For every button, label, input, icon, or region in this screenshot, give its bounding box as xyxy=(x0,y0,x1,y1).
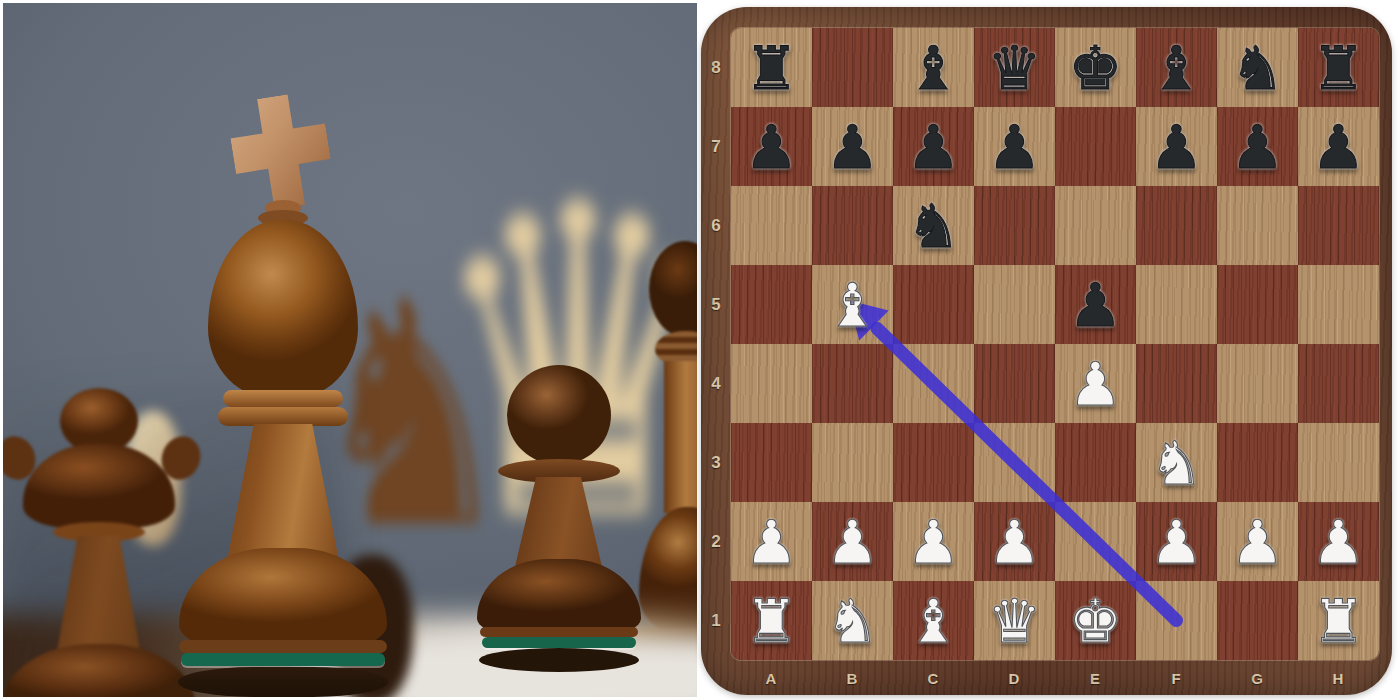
square-f1[interactable] xyxy=(1136,581,1217,660)
king-base-ring xyxy=(179,640,387,653)
piece-black-bishop-c8[interactable]: ♝ xyxy=(907,38,961,98)
piece-white-pawn-a2[interactable]: ♟ xyxy=(745,512,799,572)
queen-base xyxy=(3,644,195,697)
square-b7[interactable]: ♟ xyxy=(812,107,893,186)
piece-black-rook-a8[interactable]: ♜ xyxy=(745,38,799,98)
rank-label-5: 5 xyxy=(711,295,720,315)
square-h5[interactable] xyxy=(1298,265,1379,344)
square-g7[interactable]: ♟ xyxy=(1217,107,1298,186)
square-g4[interactable] xyxy=(1217,344,1298,423)
square-b8[interactable] xyxy=(812,28,893,107)
photo-dark-pawn xyxy=(471,365,646,670)
square-d3[interactable] xyxy=(974,423,1055,502)
square-a3[interactable] xyxy=(731,423,812,502)
piece-white-pawn-h2[interactable]: ♟ xyxy=(1312,512,1366,572)
king-felt xyxy=(181,653,385,666)
square-e8[interactable]: ♚ xyxy=(1055,28,1136,107)
square-c3[interactable] xyxy=(893,423,974,502)
rank-label-8: 8 xyxy=(711,58,720,78)
file-label-h: H xyxy=(1333,670,1345,687)
file-label-f: F xyxy=(1171,670,1181,687)
square-h1[interactable]: ♜ xyxy=(1298,581,1379,660)
square-d2[interactable]: ♟ xyxy=(974,502,1055,581)
square-g2[interactable]: ♟ xyxy=(1217,502,1298,581)
square-b5[interactable]: ♝ xyxy=(812,265,893,344)
square-g1[interactable] xyxy=(1217,581,1298,660)
pawn-head xyxy=(507,365,611,465)
bishop-stem xyxy=(664,361,697,513)
king-foot xyxy=(178,667,388,697)
square-e5[interactable]: ♟ xyxy=(1055,265,1136,344)
piece-black-pawn-b7[interactable]: ♟ xyxy=(826,117,880,177)
square-g5[interactable] xyxy=(1217,265,1298,344)
square-e4[interactable]: ♟ xyxy=(1055,344,1136,423)
square-c5[interactable] xyxy=(893,265,974,344)
piece-black-pawn-f7[interactable]: ♟ xyxy=(1150,117,1204,177)
square-f3[interactable]: ♞ xyxy=(1136,423,1217,502)
square-a6[interactable] xyxy=(731,186,812,265)
square-c4[interactable] xyxy=(893,344,974,423)
square-b4[interactable] xyxy=(812,344,893,423)
square-a7[interactable]: ♟ xyxy=(731,107,812,186)
king-ring-upper xyxy=(223,390,343,407)
file-label-c: C xyxy=(928,670,940,687)
square-a5[interactable] xyxy=(731,265,812,344)
king-cross-finial xyxy=(225,89,337,215)
square-c7[interactable]: ♟ xyxy=(893,107,974,186)
square-a1[interactable]: ♜ xyxy=(731,581,812,660)
piece-white-pawn-c2[interactable]: ♟ xyxy=(907,512,961,572)
rank-label-7: 7 xyxy=(711,137,720,157)
rank-label-3: 3 xyxy=(711,453,720,473)
king-stem xyxy=(197,424,369,556)
square-e7[interactable] xyxy=(1055,107,1136,186)
square-f7[interactable]: ♟ xyxy=(1136,107,1217,186)
bishop-head xyxy=(649,241,697,337)
piece-white-rook-h1[interactable]: ♜ xyxy=(1312,591,1366,651)
square-e6[interactable] xyxy=(1055,186,1136,265)
chess-board-pane: 87654321 ABCDEFGH ♜♝♛♚♝♞♜♟♟♟♟♟♟♟♞♝♟♟♞♟♟♟… xyxy=(697,0,1400,700)
rank-label-1: 1 xyxy=(711,611,720,631)
file-label-d: D xyxy=(1009,670,1021,687)
square-d5[interactable] xyxy=(974,265,1055,344)
piece-white-rook-a1[interactable]: ♜ xyxy=(745,591,799,651)
piece-black-pawn-g7[interactable]: ♟ xyxy=(1231,117,1285,177)
square-a4[interactable] xyxy=(731,344,812,423)
king-ring-lower xyxy=(218,407,348,426)
piece-white-pawn-e4[interactable]: ♟ xyxy=(1069,354,1123,414)
square-d4[interactable] xyxy=(974,344,1055,423)
square-c2[interactable]: ♟ xyxy=(893,502,974,581)
square-e1[interactable]: ♚ xyxy=(1055,581,1136,660)
piece-white-knight-f3[interactable]: ♞ xyxy=(1150,433,1204,493)
square-f5[interactable] xyxy=(1136,265,1217,344)
rank-label-4: 4 xyxy=(711,374,720,394)
square-g3[interactable] xyxy=(1217,423,1298,502)
chess-photo-pane: ♛ ♞ xyxy=(3,3,697,697)
screenshot-canvas: ♛ ♞ xyxy=(0,0,1400,700)
king-base-bulge xyxy=(179,548,387,652)
piece-black-pawn-a7[interactable]: ♟ xyxy=(745,117,799,177)
square-c6[interactable]: ♞ xyxy=(893,186,974,265)
piece-white-knight-b1[interactable]: ♞ xyxy=(826,591,880,651)
square-c1[interactable]: ♝ xyxy=(893,581,974,660)
square-h6[interactable] xyxy=(1298,186,1379,265)
square-c8[interactable]: ♝ xyxy=(893,28,974,107)
piece-white-pawn-g2[interactable]: ♟ xyxy=(1231,512,1285,572)
queen-crown-cup xyxy=(23,444,175,528)
rank-label-6: 6 xyxy=(711,216,720,236)
square-a2[interactable]: ♟ xyxy=(731,502,812,581)
square-a8[interactable]: ♜ xyxy=(731,28,812,107)
square-d6[interactable] xyxy=(974,186,1055,265)
square-h8[interactable]: ♜ xyxy=(1298,28,1379,107)
square-b6[interactable] xyxy=(812,186,893,265)
square-b1[interactable]: ♞ xyxy=(812,581,893,660)
photo-dark-king xyxy=(168,88,398,697)
piece-black-queen-d8[interactable]: ♛ xyxy=(988,38,1042,98)
pawn-base-ring xyxy=(480,627,638,637)
piece-white-pawn-d2[interactable]: ♟ xyxy=(988,512,1042,572)
piece-white-queen-d1[interactable]: ♛ xyxy=(988,591,1042,651)
piece-black-king-e8[interactable]: ♚ xyxy=(1069,38,1123,98)
piece-white-king-e1[interactable]: ♚ xyxy=(1069,591,1123,651)
piece-black-bishop-f8[interactable]: ♝ xyxy=(1150,38,1204,98)
piece-white-bishop-c1[interactable]: ♝ xyxy=(907,591,961,651)
piece-black-pawn-h7[interactable]: ♟ xyxy=(1312,117,1366,177)
square-g6[interactable] xyxy=(1217,186,1298,265)
piece-white-pawn-f2[interactable]: ♟ xyxy=(1150,512,1204,572)
rank-label-2: 2 xyxy=(711,532,720,552)
queen-stem xyxy=(24,536,174,654)
square-e2[interactable] xyxy=(1055,502,1136,581)
square-g8[interactable]: ♞ xyxy=(1217,28,1298,107)
square-h3[interactable] xyxy=(1298,423,1379,502)
king-head xyxy=(208,220,358,400)
pawn-foot xyxy=(479,648,639,672)
piece-black-pawn-e5[interactable]: ♟ xyxy=(1069,275,1123,335)
chess-board-grid: ♜♝♛♚♝♞♜♟♟♟♟♟♟♟♞♝♟♟♞♟♟♟♟♟♟♟♜♞♝♛♚♜ xyxy=(731,28,1379,660)
square-h2[interactable]: ♟ xyxy=(1298,502,1379,581)
board-area: ♜♝♛♚♝♞♜♟♟♟♟♟♟♟♞♝♟♟♞♟♟♟♟♟♟♟♜♞♝♛♚♜ xyxy=(731,28,1379,660)
square-b2[interactable]: ♟ xyxy=(812,502,893,581)
square-e3[interactable] xyxy=(1055,423,1136,502)
square-h7[interactable]: ♟ xyxy=(1298,107,1379,186)
square-f2[interactable]: ♟ xyxy=(1136,502,1217,581)
pawn-felt xyxy=(482,637,636,648)
piece-black-rook-h8[interactable]: ♜ xyxy=(1312,38,1366,98)
square-f4[interactable] xyxy=(1136,344,1217,423)
square-f8[interactable]: ♝ xyxy=(1136,28,1217,107)
square-h4[interactable] xyxy=(1298,344,1379,423)
square-d1[interactable]: ♛ xyxy=(974,581,1055,660)
file-label-g: G xyxy=(1251,670,1264,687)
pawn-stem xyxy=(493,477,625,567)
file-label-a: A xyxy=(766,670,778,687)
file-label-e: E xyxy=(1090,670,1101,687)
piece-black-knight-c6[interactable]: ♞ xyxy=(907,196,961,256)
square-b3[interactable] xyxy=(812,423,893,502)
piece-black-pawn-c7[interactable]: ♟ xyxy=(907,117,961,177)
piece-white-pawn-b2[interactable]: ♟ xyxy=(826,512,880,572)
square-d7[interactable]: ♟ xyxy=(974,107,1055,186)
square-f6[interactable] xyxy=(1136,186,1217,265)
square-d8[interactable]: ♛ xyxy=(974,28,1055,107)
piece-white-bishop-b5[interactable]: ♝ xyxy=(826,275,880,335)
board-frame: 87654321 ABCDEFGH ♜♝♛♚♝♞♜♟♟♟♟♟♟♟♞♝♟♟♞♟♟♟… xyxy=(701,7,1392,695)
piece-black-knight-g8[interactable]: ♞ xyxy=(1231,38,1285,98)
piece-black-pawn-d7[interactable]: ♟ xyxy=(988,117,1042,177)
file-label-b: B xyxy=(847,670,859,687)
